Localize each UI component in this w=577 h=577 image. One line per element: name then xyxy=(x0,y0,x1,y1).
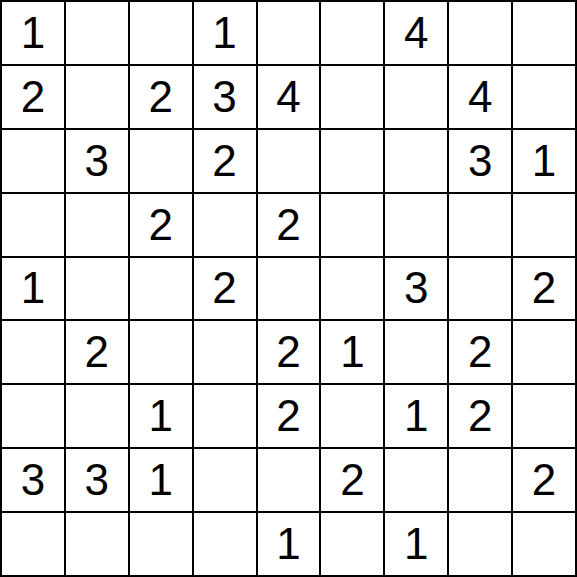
cell-r8c7[interactable] xyxy=(385,449,447,511)
clue-cell-r4c3[interactable]: 2 xyxy=(130,194,192,256)
clue-cell-r1c7[interactable]: 4 xyxy=(385,2,447,64)
clue-cell-r7c7[interactable]: 1 xyxy=(385,385,447,447)
clue-cell-r8c2[interactable]: 3 xyxy=(66,449,128,511)
cell-r9c9[interactable] xyxy=(513,513,575,575)
cell-r4c7[interactable] xyxy=(385,194,447,256)
clue-cell-r5c4[interactable]: 2 xyxy=(194,258,256,320)
clue-cell-r2c1[interactable]: 2 xyxy=(2,66,64,128)
clue-cell-r6c2[interactable]: 2 xyxy=(66,321,128,383)
clue-cell-r4c5[interactable]: 2 xyxy=(258,194,320,256)
cell-r5c6[interactable] xyxy=(321,258,383,320)
cell-r8c4[interactable] xyxy=(194,449,256,511)
cell-r9c2[interactable] xyxy=(66,513,128,575)
cell-r2c7[interactable] xyxy=(385,66,447,128)
clue-cell-r6c8[interactable]: 2 xyxy=(449,321,511,383)
puzzle-board: 114223443231221232221212123312211 xyxy=(0,0,577,577)
clue-cell-r6c6[interactable]: 1 xyxy=(321,321,383,383)
clue-cell-r5c9[interactable]: 2 xyxy=(513,258,575,320)
clue-cell-r6c5[interactable]: 2 xyxy=(258,321,320,383)
cell-r2c9[interactable] xyxy=(513,66,575,128)
cell-r1c6[interactable] xyxy=(321,2,383,64)
clue-cell-r3c2[interactable]: 3 xyxy=(66,130,128,192)
clue-cell-r3c9[interactable]: 1 xyxy=(513,130,575,192)
cell-r4c8[interactable] xyxy=(449,194,511,256)
cell-r6c7[interactable] xyxy=(385,321,447,383)
cell-r9c6[interactable] xyxy=(321,513,383,575)
clue-cell-r8c6[interactable]: 2 xyxy=(321,449,383,511)
cell-r8c8[interactable] xyxy=(449,449,511,511)
clue-cell-r3c4[interactable]: 2 xyxy=(194,130,256,192)
cell-r8c5[interactable] xyxy=(258,449,320,511)
cell-r4c2[interactable] xyxy=(66,194,128,256)
cell-r9c4[interactable] xyxy=(194,513,256,575)
cell-r7c1[interactable] xyxy=(2,385,64,447)
clue-cell-r7c8[interactable]: 2 xyxy=(449,385,511,447)
clue-cell-r1c1[interactable]: 1 xyxy=(2,2,64,64)
cell-r3c1[interactable] xyxy=(2,130,64,192)
cell-r5c5[interactable] xyxy=(258,258,320,320)
cell-r1c3[interactable] xyxy=(130,2,192,64)
cell-r3c6[interactable] xyxy=(321,130,383,192)
cell-r9c3[interactable] xyxy=(130,513,192,575)
cell-r3c5[interactable] xyxy=(258,130,320,192)
clue-cell-r1c4[interactable]: 1 xyxy=(194,2,256,64)
cell-r9c8[interactable] xyxy=(449,513,511,575)
cell-r4c4[interactable] xyxy=(194,194,256,256)
cell-r9c1[interactable] xyxy=(2,513,64,575)
clue-cell-r2c4[interactable]: 3 xyxy=(194,66,256,128)
clue-cell-r7c5[interactable]: 2 xyxy=(258,385,320,447)
clue-cell-r7c3[interactable]: 1 xyxy=(130,385,192,447)
clue-cell-r8c9[interactable]: 2 xyxy=(513,449,575,511)
cell-r3c7[interactable] xyxy=(385,130,447,192)
cell-r1c9[interactable] xyxy=(513,2,575,64)
cell-r4c1[interactable] xyxy=(2,194,64,256)
cell-r1c5[interactable] xyxy=(258,2,320,64)
cell-r2c6[interactable] xyxy=(321,66,383,128)
cell-r6c1[interactable] xyxy=(2,321,64,383)
cell-r6c9[interactable] xyxy=(513,321,575,383)
cell-r4c6[interactable] xyxy=(321,194,383,256)
cell-r7c2[interactable] xyxy=(66,385,128,447)
clue-cell-r2c3[interactable]: 2 xyxy=(130,66,192,128)
cell-r5c2[interactable] xyxy=(66,258,128,320)
cell-r6c4[interactable] xyxy=(194,321,256,383)
cell-r7c9[interactable] xyxy=(513,385,575,447)
cell-r5c8[interactable] xyxy=(449,258,511,320)
cell-r7c4[interactable] xyxy=(194,385,256,447)
cell-r3c3[interactable] xyxy=(130,130,192,192)
clue-cell-r5c7[interactable]: 3 xyxy=(385,258,447,320)
cell-r1c2[interactable] xyxy=(66,2,128,64)
clue-cell-r8c3[interactable]: 1 xyxy=(130,449,192,511)
cell-r4c9[interactable] xyxy=(513,194,575,256)
clue-cell-r5c1[interactable]: 1 xyxy=(2,258,64,320)
cell-r1c8[interactable] xyxy=(449,2,511,64)
clue-cell-r8c1[interactable]: 3 xyxy=(2,449,64,511)
cell-r6c3[interactable] xyxy=(130,321,192,383)
cell-r7c6[interactable] xyxy=(321,385,383,447)
clue-cell-r3c8[interactable]: 3 xyxy=(449,130,511,192)
cell-r2c2[interactable] xyxy=(66,66,128,128)
clue-cell-r2c8[interactable]: 4 xyxy=(449,66,511,128)
clue-cell-r9c7[interactable]: 1 xyxy=(385,513,447,575)
cell-r5c3[interactable] xyxy=(130,258,192,320)
clue-cell-r2c5[interactable]: 4 xyxy=(258,66,320,128)
clue-cell-r9c5[interactable]: 1 xyxy=(258,513,320,575)
